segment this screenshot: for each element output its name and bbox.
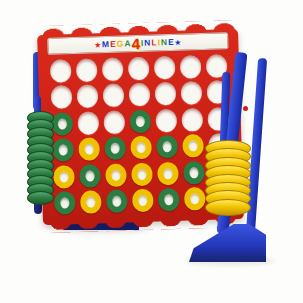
cell-r2c5-empty <box>154 82 176 106</box>
cell-r6c6-yellow-disc <box>183 187 205 211</box>
banner-letter-3: G <box>117 40 124 49</box>
frame-right-foot <box>189 224 266 262</box>
cell-r5c4-yellow-disc <box>131 162 153 186</box>
frame-pin <box>243 106 248 111</box>
cell-r6c5-green-disc <box>157 188 179 212</box>
yellow-spare-disc <box>205 199 251 216</box>
cell-r3c5-empty <box>155 109 177 133</box>
banner-letter-5: 4 <box>131 36 140 51</box>
cell-r5c2-green-disc <box>79 164 101 188</box>
cell-r4c1-green-disc <box>52 138 74 162</box>
cell-r4c6-yellow-disc <box>182 134 204 158</box>
product-photo-mega-4-in-line: ★MEGA4INLINE★ <box>0 0 303 303</box>
cell-r4c4-yellow-disc <box>130 136 152 160</box>
cell-r3c1-green-disc <box>51 112 73 136</box>
cell-r1c3-empty <box>101 57 123 81</box>
cell-r1c4-empty <box>127 56 149 80</box>
cell-r6c2-yellow-disc <box>79 191 101 215</box>
banner-letter-0: ★ <box>95 41 101 48</box>
cell-r1c5-empty <box>153 56 175 80</box>
banner-letter-7: N <box>144 39 150 48</box>
cell-r2c6-empty <box>180 81 202 105</box>
cell-r6c3-green-disc <box>105 190 127 214</box>
cell-r6c1-green-disc <box>53 191 75 215</box>
cell-r5c5-yellow-disc <box>157 162 179 186</box>
banner-letter-8: L <box>151 39 156 48</box>
cell-r3c2-empty <box>77 111 99 135</box>
cell-r5c6-green-disc <box>183 161 205 185</box>
yellow-disc-stack <box>205 140 251 216</box>
cell-r2c3-empty <box>102 84 124 108</box>
cell-r2c4-empty <box>128 83 150 107</box>
banner-letter-6: I <box>141 39 144 48</box>
banner-letter-2: E <box>110 40 116 49</box>
banner-letter-1: M <box>102 40 109 49</box>
banner-letter-12: ★ <box>175 39 181 46</box>
cell-r1c1-empty <box>49 59 71 83</box>
banner-letter-11: E <box>168 38 174 47</box>
banner-letter-4: A <box>124 40 130 49</box>
cell-r3c3-empty <box>103 110 125 134</box>
cell-r4c5-green-disc <box>156 135 178 159</box>
cell-r1c2-empty <box>75 58 97 82</box>
green-spare-disc <box>27 191 54 205</box>
cell-r3c6-empty <box>181 108 203 132</box>
cell-r2c1-empty <box>50 85 72 109</box>
banner-letter-10: N <box>161 38 167 47</box>
cell-r4c3-green-disc <box>104 137 126 161</box>
green-disc-stack <box>27 111 54 205</box>
cell-r4c2-yellow-disc <box>78 138 100 162</box>
banner-letter-9: I <box>157 39 160 48</box>
cell-r5c3-yellow-disc <box>105 163 127 187</box>
cell-r6c4-yellow-disc <box>131 189 153 213</box>
cell-r3c4-green-disc <box>129 109 151 133</box>
cell-r2c2-empty <box>76 85 98 109</box>
cell-r1c6-empty <box>179 55 201 79</box>
cell-r5c1-yellow-disc <box>53 165 75 189</box>
